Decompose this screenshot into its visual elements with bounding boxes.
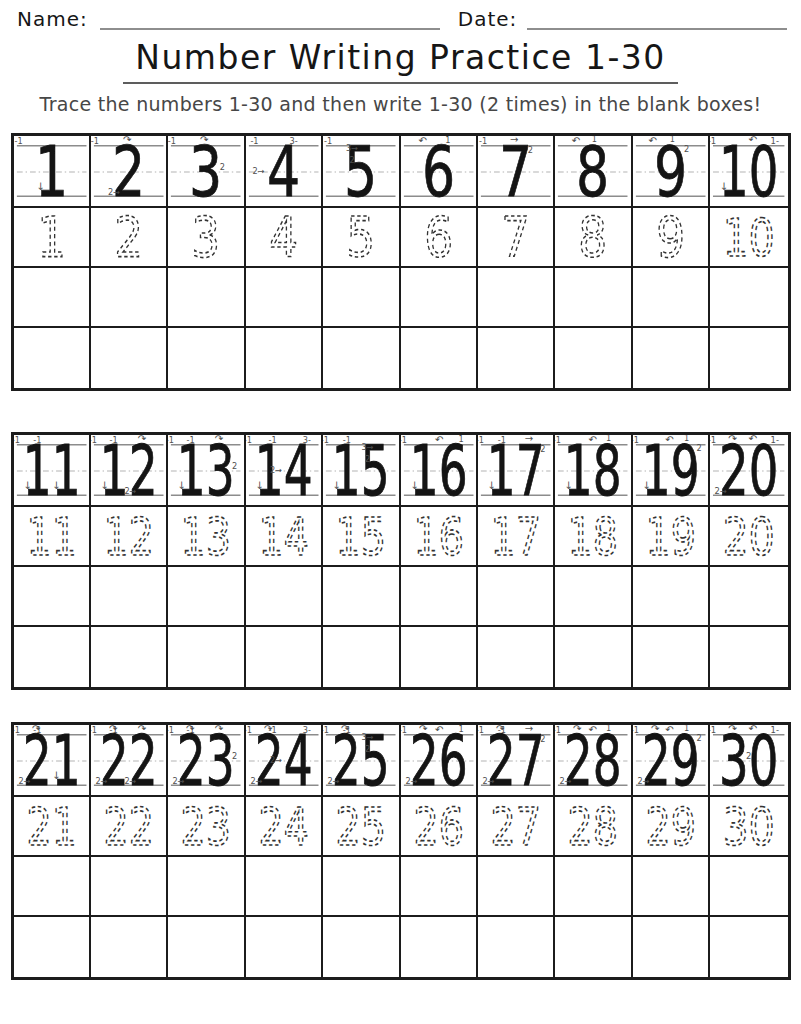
svg-text:3: 3 [189, 136, 222, 206]
svg-text:-1: -1 [323, 725, 329, 735]
instructions: Trace the numbers 1-30 and then write 1-… [0, 93, 801, 116]
svg-text:15: 15 [336, 507, 386, 565]
guide-cell-6: 61↶ [401, 136, 478, 208]
svg-text:2: 2 [365, 454, 370, 464]
blank-cell-27-1[interactable] [478, 857, 555, 917]
svg-text:↓: ↓ [410, 480, 418, 491]
svg-text:3→: 3→ [362, 442, 374, 452]
svg-text:1: 1 [669, 136, 674, 144]
svg-text:2: 2 [114, 208, 143, 266]
svg-text:↶: ↶ [648, 136, 657, 146]
trace-cell-17: 17 [478, 507, 555, 567]
svg-text:29: 29 [645, 797, 695, 855]
svg-text:-1: -1 [401, 435, 407, 445]
blank-cell-25-2[interactable] [323, 917, 400, 977]
trace-cell-27: 27 [478, 797, 555, 857]
svg-text:↷: ↷ [728, 725, 737, 733]
trace-cell-29: 29 [633, 797, 710, 857]
svg-text:↷: ↷ [215, 435, 224, 444]
svg-text:2→: 2→ [560, 776, 572, 786]
blank-cell-23-1[interactable] [168, 857, 245, 917]
trace-cell-14: 14 [246, 507, 323, 567]
svg-text:17: 17 [490, 507, 540, 565]
svg-text:-1: -1 [33, 725, 41, 735]
svg-text:1: 1 [35, 136, 68, 206]
svg-text:↷: ↷ [215, 725, 224, 734]
blank-cell-29-2[interactable] [633, 917, 710, 977]
page-title: Number Writing Practice 1-30 [123, 39, 678, 84]
svg-text:2: 2 [746, 751, 751, 761]
svg-text:21: 21 [22, 725, 80, 795]
svg-text:2: 2 [350, 155, 355, 165]
svg-text:2: 2 [696, 733, 701, 743]
trace-cell-7: 7 [478, 208, 555, 268]
blank-cell-20-1[interactable] [710, 567, 787, 627]
trace-cell-6: 6 [401, 208, 478, 268]
svg-text:24: 24 [254, 725, 312, 795]
svg-text:2: 2 [365, 744, 370, 754]
svg-text:2→: 2→ [270, 755, 282, 765]
svg-text:↶: ↶ [589, 435, 598, 445]
svg-text:-1: -1 [710, 725, 716, 735]
trace-cell-30: 30 [710, 797, 787, 857]
blank-cell-16-1[interactable] [401, 567, 478, 627]
svg-text:29: 29 [641, 725, 699, 795]
svg-text:2→: 2→ [637, 776, 649, 786]
svg-text:-1: -1 [168, 435, 174, 445]
svg-text:20: 20 [719, 435, 778, 505]
blank-cell-10-2[interactable] [710, 328, 787, 388]
svg-text:↓: ↓ [100, 480, 108, 491]
svg-text:-1: -1 [343, 435, 351, 445]
svg-text:2→: 2→ [270, 465, 282, 475]
date-input-line[interactable] [527, 8, 787, 30]
svg-text:2→: 2→ [405, 776, 417, 786]
svg-text:↶: ↶ [435, 725, 444, 735]
svg-text:1: 1 [684, 435, 689, 443]
guide-cell-21: 21-1↷2→-1↓ [14, 725, 91, 797]
blank-cell-30-1[interactable] [710, 857, 787, 917]
trace-cell-19: 19 [633, 507, 710, 567]
svg-text:1: 1 [445, 136, 450, 145]
svg-text:-1: -1 [324, 136, 332, 146]
trace-cell-18: 18 [555, 507, 632, 567]
guide-cell-10: 10-1↓1-↶ [710, 136, 787, 208]
trace-cell-22: 22 [91, 797, 168, 857]
svg-text:12: 12 [103, 507, 153, 565]
name-label: Name: [17, 8, 88, 30]
blank-cell-30-2[interactable] [710, 917, 787, 977]
svg-text:1: 1 [458, 725, 463, 734]
svg-text:-1: -1 [401, 725, 407, 735]
blank-cell-18-2[interactable] [555, 627, 632, 687]
svg-text:26: 26 [409, 725, 467, 795]
guide-cell-18: 18-1↓1↶ [555, 435, 632, 507]
svg-text:8: 8 [579, 208, 608, 266]
name-date-row: Name: Date: [0, 0, 801, 30]
practice-grid-3: 21-1↷2→-1↓22-1↷2→-1↷2→23-1↷2→-1↷224-1↷2→… [11, 722, 791, 980]
svg-text:-1: -1 [246, 435, 252, 445]
svg-text:2→: 2→ [18, 776, 30, 786]
svg-text:-1: -1 [478, 725, 484, 735]
trace-cell-25: 25 [323, 797, 400, 857]
svg-text:19: 19 [645, 507, 695, 565]
trace-cell-28: 28 [555, 797, 632, 857]
svg-text:↶: ↶ [665, 435, 674, 445]
svg-text:-1: -1 [168, 136, 176, 146]
svg-text:30: 30 [723, 798, 775, 855]
trace-cell-26: 26 [401, 797, 478, 857]
blank-cell-10-1[interactable] [710, 268, 787, 328]
svg-text:24: 24 [258, 797, 308, 855]
svg-text:9: 9 [654, 136, 687, 206]
blank-cell-23-2[interactable] [168, 917, 245, 977]
svg-text:6: 6 [424, 208, 453, 266]
svg-text:1-: 1- [771, 435, 779, 445]
blank-cell-9-1[interactable] [633, 268, 710, 328]
trace-cell-13: 13 [168, 507, 245, 567]
trace-cell-24: 24 [246, 797, 323, 857]
blank-cell-3-1[interactable] [168, 268, 245, 328]
svg-text:27: 27 [487, 725, 545, 795]
guide-cell-8: 81↶ [555, 136, 632, 208]
svg-text:↶: ↶ [749, 136, 758, 145]
blank-cell-4-1[interactable] [246, 268, 323, 328]
guide-cell-30: 30-1↷21-↶ [710, 725, 787, 797]
svg-text:-1: -1 [250, 136, 258, 146]
blank-cell-3-2[interactable] [168, 328, 245, 388]
svg-text:↷: ↷ [651, 725, 660, 734]
blank-cell-6-2[interactable] [401, 328, 478, 388]
svg-text:1-: 1- [771, 136, 779, 146]
guide-cell-28: 28-1↷2→1↶ [555, 725, 632, 797]
svg-text:2→: 2→ [252, 166, 264, 176]
svg-text:4: 4 [267, 136, 300, 206]
svg-text:-1: -1 [498, 725, 506, 735]
svg-text:↷: ↷ [418, 725, 427, 734]
blank-cell-16-2[interactable] [401, 627, 478, 687]
svg-text:1: 1 [592, 136, 597, 144]
svg-text:↓: ↓ [177, 480, 185, 491]
blank-cell-11-1[interactable] [14, 567, 91, 627]
svg-text:2→: 2→ [108, 187, 120, 197]
svg-text:↷: ↷ [573, 725, 582, 734]
svg-text:2: 2 [540, 734, 545, 744]
trace-cell-8: 8 [555, 208, 632, 268]
guide-cell-19: 19-1↓1↶2 [633, 435, 710, 507]
blank-cell-27-2[interactable] [478, 917, 555, 977]
svg-text:11: 11 [26, 507, 76, 565]
blank-cell-17-2[interactable] [478, 627, 555, 687]
svg-text:-1: -1 [479, 136, 487, 146]
svg-text:-1: -1 [14, 136, 22, 146]
guide-cell-14: 14-1↓-13-2→ [246, 435, 323, 507]
blank-cell-1-1[interactable] [14, 268, 91, 328]
svg-text:→: → [525, 725, 534, 734]
svg-text:↷: ↷ [138, 725, 147, 734]
guide-cell-13: 13-1↓-1↷2 [168, 435, 245, 507]
blank-cell-21-2[interactable] [14, 917, 91, 977]
svg-text:20: 20 [723, 508, 775, 565]
blank-cell-14-1[interactable] [246, 567, 323, 627]
svg-text:2: 2 [220, 162, 225, 172]
blank-cell-4-2[interactable] [246, 328, 323, 388]
svg-text:2→: 2→ [95, 776, 107, 786]
trace-cell-23: 23 [168, 797, 245, 857]
blank-cell-22-1[interactable] [91, 857, 168, 917]
blank-cell-7-1[interactable] [478, 268, 555, 328]
svg-text:11: 11 [22, 435, 80, 505]
name-input-line[interactable] [100, 8, 440, 30]
svg-text:↶: ↶ [749, 725, 758, 734]
guide-cell-2: 2-1↷2→ [91, 136, 168, 208]
trace-cell-20: 20 [710, 507, 787, 567]
guide-cell-9: 91↶2 [633, 136, 710, 208]
svg-text:-1: -1 [187, 435, 195, 445]
guide-cell-12: 12-1↓-1↷2→ [91, 435, 168, 507]
svg-text:-1: -1 [555, 725, 561, 735]
blank-cell-22-2[interactable] [91, 917, 168, 977]
guide-cell-23: 23-1↷2→-1↷2 [168, 725, 245, 797]
guide-cell-11: 11-1↓-1↓ [14, 435, 91, 507]
guide-cell-26: 26-1↷2→1↶ [401, 725, 478, 797]
guide-cell-15: 15-1↓-13→2 [323, 435, 400, 507]
blank-cell-8-2[interactable] [555, 328, 632, 388]
svg-text:↓: ↓ [487, 480, 495, 491]
worksheet-page: Name: Date: Number Writing Practice 1-30… [0, 0, 801, 1024]
svg-text:4: 4 [269, 208, 298, 266]
svg-text:3-: 3- [302, 435, 310, 445]
svg-text:↷: ↷ [123, 136, 132, 145]
svg-text:3-: 3- [302, 725, 310, 735]
blank-cell-14-2[interactable] [246, 627, 323, 687]
svg-text:-1: -1 [14, 435, 20, 445]
svg-text:13: 13 [177, 435, 235, 505]
svg-text:18: 18 [564, 435, 622, 505]
svg-text:-1: -1 [110, 435, 118, 445]
title-wrap: Number Writing Practice 1-30 [0, 39, 801, 84]
svg-text:↶: ↶ [749, 435, 758, 444]
svg-text:2: 2 [684, 144, 689, 154]
blank-cell-18-1[interactable] [555, 567, 632, 627]
svg-text:2→: 2→ [173, 776, 185, 786]
blank-cell-12-1[interactable] [91, 567, 168, 627]
svg-text:2→: 2→ [328, 776, 340, 786]
svg-text:↶: ↶ [572, 136, 581, 146]
svg-text:2: 2 [696, 443, 701, 453]
blank-cell-8-1[interactable] [555, 268, 632, 328]
svg-text:6: 6 [422, 136, 455, 206]
blank-cell-24-2[interactable] [246, 917, 323, 977]
svg-text:8: 8 [576, 136, 609, 206]
blank-cell-19-1[interactable] [633, 567, 710, 627]
svg-text:1: 1 [606, 435, 611, 443]
guide-cell-29: 29-1↷2→1↶2 [633, 725, 710, 797]
svg-text:1: 1 [37, 208, 66, 266]
blank-cell-11-2[interactable] [14, 627, 91, 687]
svg-text:↓: ↓ [564, 480, 572, 491]
svg-text:2→: 2→ [715, 486, 727, 496]
guide-cell-17: 17-1↓-1→2 [478, 435, 555, 507]
blank-cell-15-1[interactable] [323, 567, 400, 627]
trace-cell-11: 11 [14, 507, 91, 567]
svg-text:10: 10 [719, 136, 778, 206]
svg-text:-1: -1 [187, 725, 195, 735]
trace-cell-10: 10 [710, 208, 787, 268]
guide-cell-20: 20-1↷2→1-↶ [710, 435, 787, 507]
svg-text:↷: ↷ [728, 435, 737, 443]
svg-text:2→: 2→ [250, 776, 262, 786]
svg-text:-1: -1 [710, 136, 716, 146]
blank-cell-13-2[interactable] [168, 627, 245, 687]
svg-text:-1: -1 [268, 435, 276, 445]
svg-text:5: 5 [346, 208, 375, 266]
svg-text:19: 19 [641, 435, 699, 505]
svg-text:-1: -1 [91, 725, 97, 735]
svg-text:2: 2 [232, 461, 237, 471]
blank-cell-26-1[interactable] [401, 857, 478, 917]
svg-text:↓: ↓ [52, 480, 60, 491]
guide-cell-1: 1-1↓ [14, 136, 91, 208]
svg-text:↷: ↷ [138, 435, 147, 444]
guide-cell-24: 24-1↷2→-13-2→ [246, 725, 323, 797]
trace-cell-9: 9 [633, 208, 710, 268]
svg-text:-1: -1 [246, 725, 252, 735]
date-label: Date: [458, 8, 518, 30]
blank-cell-24-1[interactable] [246, 857, 323, 917]
svg-text:2: 2 [540, 444, 545, 454]
svg-text:-1: -1 [110, 725, 118, 735]
blank-cell-5-1[interactable] [323, 268, 400, 328]
blank-cell-7-2[interactable] [478, 328, 555, 388]
svg-text:10: 10 [723, 209, 775, 266]
svg-text:-1: -1 [633, 725, 639, 735]
trace-cell-21: 21 [14, 797, 91, 857]
blank-cell-5-2[interactable] [323, 328, 400, 388]
svg-text:3-: 3- [289, 136, 297, 146]
guide-cell-5: 5-13→2 [323, 136, 400, 208]
svg-text:1: 1 [684, 725, 689, 733]
blank-cell-20-2[interactable] [710, 627, 787, 687]
svg-text:16: 16 [409, 435, 467, 505]
svg-text:26: 26 [413, 797, 463, 855]
trace-cell-2: 2 [91, 208, 168, 268]
svg-text:-1: -1 [323, 435, 329, 445]
svg-text:27: 27 [490, 797, 540, 855]
svg-text:-1: -1 [478, 435, 484, 445]
trace-cell-16: 16 [401, 507, 478, 567]
guide-cell-3: 3-1↷2 [168, 136, 245, 208]
blank-cell-2-2[interactable] [91, 328, 168, 388]
trace-cell-15: 15 [323, 507, 400, 567]
blank-cell-19-2[interactable] [633, 627, 710, 687]
svg-text:2→: 2→ [124, 486, 136, 496]
svg-text:2→: 2→ [482, 776, 494, 786]
svg-text:1-: 1- [771, 725, 779, 735]
svg-text:↶: ↶ [589, 725, 598, 735]
svg-text:16: 16 [413, 507, 463, 565]
svg-text:-1: -1 [633, 435, 639, 445]
svg-text:9: 9 [656, 208, 685, 266]
svg-text:↓: ↓ [23, 480, 31, 491]
svg-text:↓: ↓ [642, 480, 650, 491]
blank-cell-26-2[interactable] [401, 917, 478, 977]
svg-text:-1: -1 [14, 725, 20, 735]
svg-text:↶: ↶ [665, 725, 674, 735]
guide-cell-16: 16-1↓1↶ [401, 435, 478, 507]
svg-text:↶: ↶ [435, 435, 444, 445]
svg-text:14: 14 [258, 507, 308, 565]
svg-text:13: 13 [181, 507, 231, 565]
blank-cell-25-1[interactable] [323, 857, 400, 917]
blank-cell-29-1[interactable] [633, 857, 710, 917]
svg-text:↓: ↓ [332, 480, 340, 491]
blank-cell-21-1[interactable] [14, 857, 91, 917]
blank-cell-9-2[interactable] [633, 328, 710, 388]
svg-text:2: 2 [528, 145, 533, 155]
svg-text:↓: ↓ [36, 181, 44, 192]
svg-text:18: 18 [568, 507, 618, 565]
svg-text:-1: -1 [710, 435, 716, 445]
svg-text:1: 1 [606, 725, 611, 733]
svg-text:2: 2 [232, 751, 237, 761]
svg-text:-1: -1 [168, 725, 174, 735]
svg-text:23: 23 [181, 797, 231, 855]
trace-cell-3: 3 [168, 208, 245, 268]
svg-text:↷: ↷ [200, 136, 209, 145]
svg-text:↓: ↓ [720, 180, 729, 192]
svg-text:17: 17 [487, 435, 545, 505]
blank-cell-28-1[interactable] [555, 857, 632, 917]
svg-text:1: 1 [458, 435, 463, 444]
guide-cell-22: 22-1↷2→-1↷2→ [91, 725, 168, 797]
svg-text:↓: ↓ [52, 770, 60, 781]
svg-text:28: 28 [568, 797, 618, 855]
blank-cell-17-1[interactable] [478, 567, 555, 627]
trace-cell-5: 5 [323, 208, 400, 268]
blank-cell-12-2[interactable] [91, 627, 168, 687]
svg-text:28: 28 [564, 725, 622, 795]
guide-cell-7: 7-1→2 [478, 136, 555, 208]
svg-text:21: 21 [26, 797, 76, 855]
svg-text:-1: -1 [91, 136, 99, 146]
blank-cell-6-1[interactable] [401, 268, 478, 328]
svg-text:22: 22 [103, 797, 153, 855]
blank-cell-1-2[interactable] [14, 328, 91, 388]
practice-grid-1: 1-1↓2-1↷2→3-1↷24-13-2→5-13→261↶7-1→281↶9… [11, 133, 791, 391]
svg-text:3: 3 [192, 208, 221, 266]
svg-text:25: 25 [336, 797, 386, 855]
svg-text:2→: 2→ [124, 776, 136, 786]
svg-text:3→: 3→ [362, 732, 374, 742]
svg-text:-1: -1 [268, 725, 276, 735]
svg-text:-1: -1 [91, 435, 97, 445]
svg-text:-1: -1 [33, 435, 41, 445]
svg-text:14: 14 [254, 435, 312, 505]
blank-cell-2-1[interactable] [91, 268, 168, 328]
blank-cell-15-2[interactable] [323, 627, 400, 687]
svg-text:→: → [525, 435, 534, 444]
trace-cell-12: 12 [91, 507, 168, 567]
trace-cell-1: 1 [14, 208, 91, 268]
guide-cell-25: 25-1↷2→-13→2 [323, 725, 400, 797]
svg-text:-1: -1 [498, 435, 506, 445]
trace-cell-4: 4 [246, 208, 323, 268]
blank-cell-13-1[interactable] [168, 567, 245, 627]
blank-cell-28-2[interactable] [555, 917, 632, 977]
svg-text:→: → [510, 136, 519, 145]
svg-text:23: 23 [177, 725, 235, 795]
